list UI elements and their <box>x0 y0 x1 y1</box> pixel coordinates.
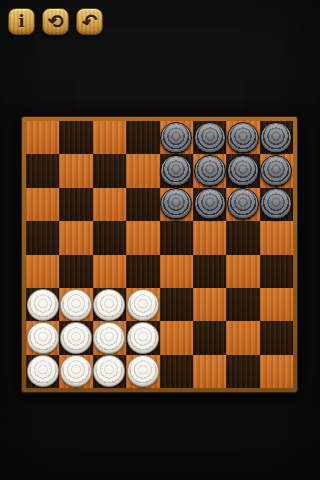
piece-dark[interactable] <box>160 188 192 220</box>
square-a2[interactable] <box>26 321 59 354</box>
piece-white[interactable] <box>93 322 125 354</box>
square-h2[interactable] <box>260 321 293 354</box>
square-e4[interactable] <box>160 255 193 288</box>
square-f8[interactable] <box>193 121 226 154</box>
square-c7[interactable] <box>93 154 126 187</box>
square-h7[interactable] <box>260 154 293 187</box>
square-f7[interactable] <box>193 154 226 187</box>
square-a8[interactable] <box>26 121 59 154</box>
piece-dark[interactable] <box>194 188 226 220</box>
square-d4[interactable] <box>126 255 159 288</box>
square-c8[interactable] <box>93 121 126 154</box>
square-c2[interactable] <box>93 321 126 354</box>
square-g4[interactable] <box>226 255 259 288</box>
square-g1[interactable] <box>226 355 259 388</box>
piece-white[interactable] <box>93 355 125 387</box>
square-f3[interactable] <box>193 288 226 321</box>
piece-dark[interactable] <box>227 155 259 187</box>
square-g3[interactable] <box>226 288 259 321</box>
square-a7[interactable] <box>26 154 59 187</box>
piece-white[interactable] <box>60 322 92 354</box>
piece-white[interactable] <box>127 289 159 321</box>
square-a4[interactable] <box>26 255 59 288</box>
info-icon: i <box>18 13 24 30</box>
square-c1[interactable] <box>93 355 126 388</box>
square-b3[interactable] <box>59 288 92 321</box>
square-g2[interactable] <box>226 321 259 354</box>
square-f5[interactable] <box>193 221 226 254</box>
square-d3[interactable] <box>126 288 159 321</box>
square-b7[interactable] <box>59 154 92 187</box>
square-b5[interactable] <box>59 221 92 254</box>
undo-button[interactable]: ↶ <box>76 8 103 35</box>
piece-white[interactable] <box>127 355 159 387</box>
piece-white[interactable] <box>127 322 159 354</box>
square-h3[interactable] <box>260 288 293 321</box>
square-c5[interactable] <box>93 221 126 254</box>
square-e2[interactable] <box>160 321 193 354</box>
square-d8[interactable] <box>126 121 159 154</box>
square-c3[interactable] <box>93 288 126 321</box>
piece-dark[interactable] <box>260 122 292 154</box>
piece-white[interactable] <box>27 355 59 387</box>
square-d7[interactable] <box>126 154 159 187</box>
piece-white[interactable] <box>93 289 125 321</box>
piece-dark[interactable] <box>160 122 192 154</box>
piece-dark[interactable] <box>160 155 192 187</box>
square-d1[interactable] <box>126 355 159 388</box>
square-a6[interactable] <box>26 188 59 221</box>
square-f6[interactable] <box>193 188 226 221</box>
square-e5[interactable] <box>160 221 193 254</box>
board-grid <box>26 121 293 388</box>
piece-dark[interactable] <box>227 122 259 154</box>
undo-icon: ↶ <box>79 10 99 32</box>
square-b8[interactable] <box>59 121 92 154</box>
square-g7[interactable] <box>226 154 259 187</box>
square-h1[interactable] <box>260 355 293 388</box>
piece-dark[interactable] <box>260 188 292 220</box>
square-a1[interactable] <box>26 355 59 388</box>
piece-white[interactable] <box>27 322 59 354</box>
square-e8[interactable] <box>160 121 193 154</box>
square-b6[interactable] <box>59 188 92 221</box>
square-f4[interactable] <box>193 255 226 288</box>
square-f1[interactable] <box>193 355 226 388</box>
square-e1[interactable] <box>160 355 193 388</box>
square-a3[interactable] <box>26 288 59 321</box>
restart-icon: ⟲ <box>48 12 64 31</box>
square-h6[interactable] <box>260 188 293 221</box>
square-h4[interactable] <box>260 255 293 288</box>
square-b4[interactable] <box>59 255 92 288</box>
square-f2[interactable] <box>193 321 226 354</box>
square-c6[interactable] <box>93 188 126 221</box>
square-d5[interactable] <box>126 221 159 254</box>
square-d6[interactable] <box>126 188 159 221</box>
info-button[interactable]: i <box>8 8 35 35</box>
square-g6[interactable] <box>226 188 259 221</box>
app-screen: i ⟲ ↶ <box>0 0 320 480</box>
piece-dark[interactable] <box>194 122 226 154</box>
square-b2[interactable] <box>59 321 92 354</box>
piece-white[interactable] <box>27 289 59 321</box>
square-e7[interactable] <box>160 154 193 187</box>
piece-white[interactable] <box>60 355 92 387</box>
board <box>21 116 298 393</box>
square-e3[interactable] <box>160 288 193 321</box>
square-a5[interactable] <box>26 221 59 254</box>
square-g5[interactable] <box>226 221 259 254</box>
restart-button[interactable]: ⟲ <box>42 8 69 35</box>
piece-white[interactable] <box>60 289 92 321</box>
square-g8[interactable] <box>226 121 259 154</box>
square-b1[interactable] <box>59 355 92 388</box>
square-h5[interactable] <box>260 221 293 254</box>
piece-dark[interactable] <box>227 188 259 220</box>
piece-dark[interactable] <box>194 155 226 187</box>
piece-dark[interactable] <box>260 155 292 187</box>
square-d2[interactable] <box>126 321 159 354</box>
toolbar: i ⟲ ↶ <box>8 8 103 35</box>
square-e6[interactable] <box>160 188 193 221</box>
square-h8[interactable] <box>260 121 293 154</box>
square-c4[interactable] <box>93 255 126 288</box>
